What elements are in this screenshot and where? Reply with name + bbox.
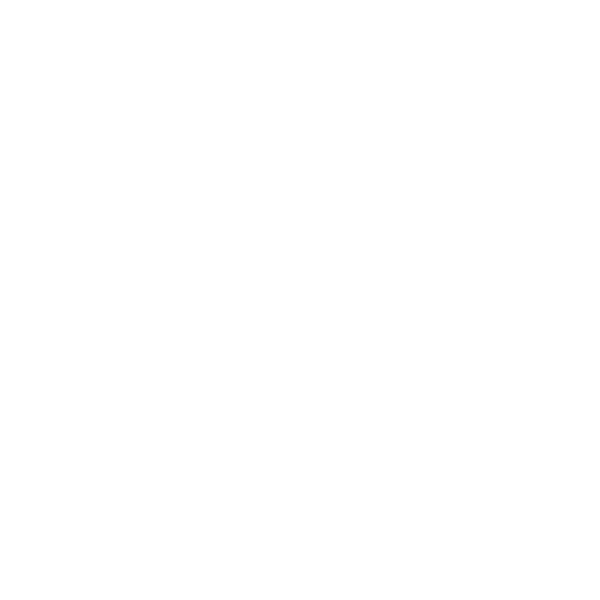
product-photo	[0, 0, 600, 600]
mancala-board-photo-svg	[0, 0, 600, 600]
